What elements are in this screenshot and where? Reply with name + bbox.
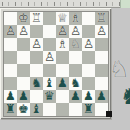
square-h3[interactable] <box>4 38 17 51</box>
square-b5[interactable] <box>82 64 95 77</box>
white-pawn[interactable]: ♙ <box>82 38 95 51</box>
square-h4[interactable] <box>4 51 17 64</box>
square-a3[interactable] <box>95 38 108 51</box>
square-d4[interactable] <box>56 51 69 64</box>
black-pawn[interactable]: ♟ <box>56 77 69 90</box>
white-pawn[interactable]: ♙ <box>4 25 17 38</box>
white-rook[interactable]: ♖ <box>30 12 43 25</box>
square-a4[interactable] <box>95 51 108 64</box>
square-g2[interactable]: ♙ <box>17 25 30 38</box>
ruler-bar <box>0 0 130 8</box>
white-pawn[interactable]: ♙ <box>95 25 108 38</box>
square-g8[interactable]: ♚ <box>17 103 30 116</box>
square-a7[interactable]: ♟ <box>95 90 108 103</box>
ruler-ticks <box>2 2 120 6</box>
black-pawn[interactable]: ♟ <box>95 90 108 103</box>
square-f8[interactable]: ♝ <box>30 103 43 116</box>
square-h8[interactable]: ♜ <box>4 103 17 116</box>
square-c8[interactable] <box>69 103 82 116</box>
black-pawn[interactable]: ♟ <box>69 90 82 103</box>
black-bishop[interactable]: ♝ <box>30 103 43 116</box>
black-king[interactable]: ♚ <box>17 103 30 116</box>
chess-board: ♔♖♕♗♖♙♙♙♙♙♙♗♘♙♙♞♝♟♞♟♟♛♟♟♟♜♚♝♜ <box>3 11 109 117</box>
square-b8[interactable]: ♜ <box>82 103 95 116</box>
tray-black-piece-partial-icon[interactable]: ♞ <box>120 85 130 108</box>
square-h2[interactable]: ♙ <box>4 25 17 38</box>
white-pawn[interactable]: ♙ <box>43 51 56 64</box>
black-rook[interactable]: ♜ <box>4 103 17 116</box>
square-e7[interactable]: ♛ <box>43 90 56 103</box>
square-h5[interactable] <box>4 64 17 77</box>
square-e8[interactable] <box>43 103 56 116</box>
square-f3[interactable]: ♙ <box>30 38 43 51</box>
square-g5[interactable] <box>17 64 30 77</box>
square-e1[interactable] <box>43 12 56 25</box>
black-knight[interactable]: ♞ <box>30 77 43 90</box>
square-f1[interactable]: ♖ <box>30 12 43 25</box>
square-f6[interactable]: ♞ <box>30 77 43 90</box>
black-rook[interactable]: ♜ <box>82 103 95 116</box>
square-d7[interactable] <box>56 90 69 103</box>
white-knight[interactable]: ♘ <box>69 38 82 51</box>
square-b3[interactable]: ♙ <box>82 38 95 51</box>
square-c3[interactable]: ♘ <box>69 38 82 51</box>
square-e2[interactable] <box>43 25 56 38</box>
square-d6[interactable]: ♟ <box>56 77 69 90</box>
square-b4[interactable] <box>82 51 95 64</box>
square-c4[interactable] <box>69 51 82 64</box>
square-c7[interactable]: ♟ <box>69 90 82 103</box>
white-pawn[interactable]: ♙ <box>17 25 30 38</box>
tray-white-knight-icon[interactable]: ♘ <box>109 58 130 81</box>
square-b1[interactable] <box>82 12 95 25</box>
square-g4[interactable] <box>17 51 30 64</box>
square-a2[interactable]: ♙ <box>95 25 108 38</box>
white-pawn[interactable]: ♙ <box>30 38 43 51</box>
square-a5[interactable] <box>95 64 108 77</box>
square-e4[interactable]: ♙ <box>43 51 56 64</box>
black-queen[interactable]: ♛ <box>43 90 56 103</box>
white-bishop[interactable]: ♗ <box>56 38 69 51</box>
ruler-green-cap <box>120 0 130 8</box>
square-g3[interactable] <box>17 38 30 51</box>
resize-handle[interactable] <box>106 111 112 117</box>
square-d3[interactable]: ♗ <box>56 38 69 51</box>
square-f4[interactable] <box>30 51 43 64</box>
square-d8[interactable] <box>56 103 69 116</box>
board-frame: ♔♖♕♗♖♙♙♙♙♙♙♗♘♙♙♞♝♟♞♟♟♛♟♟♟♜♚♝♜ <box>0 8 111 119</box>
